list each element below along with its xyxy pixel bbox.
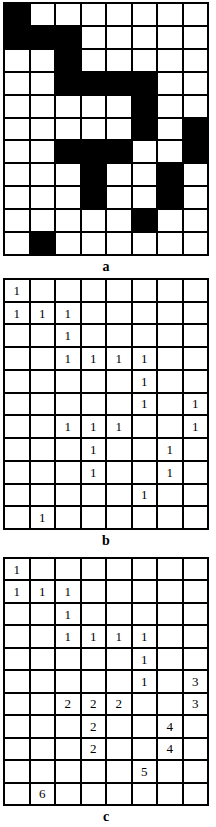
cell-c-r9-c2[interactable] xyxy=(56,761,80,781)
cell-b-r5-c5[interactable]: 1 xyxy=(133,394,157,415)
cell-b-r0-c4[interactable] xyxy=(107,280,131,301)
cell-c-r6-c4[interactable]: 2 xyxy=(107,694,131,714)
cell-a-r10-c1[interactable] xyxy=(31,233,55,254)
cell-c-r5-c3[interactable] xyxy=(82,671,106,691)
cell-c-r6-c5[interactable] xyxy=(133,694,157,714)
cell-a-r5-c5[interactable] xyxy=(133,119,157,140)
cell-b-r5-c2[interactable] xyxy=(56,394,80,415)
cell-c-r9-c0[interactable] xyxy=(5,761,29,781)
cell-b-r4-c3[interactable] xyxy=(82,371,106,392)
cell-a-r9-c4[interactable] xyxy=(107,210,131,231)
cell-a-r7-c4[interactable] xyxy=(107,164,131,185)
cell-a-r4-c0[interactable] xyxy=(5,96,29,117)
cell-c-r6-c7[interactable]: 3 xyxy=(184,694,208,714)
cell-b-r9-c7[interactable] xyxy=(184,485,208,506)
cell-b-r8-c7[interactable] xyxy=(184,462,208,483)
cell-b-r0-c3[interactable] xyxy=(82,280,106,301)
cell-b-r9-c0[interactable] xyxy=(5,485,29,506)
cell-c-r7-c3[interactable]: 2 xyxy=(82,716,106,736)
cell-c-r2-c6[interactable] xyxy=(158,604,182,624)
cell-b-r8-c2[interactable] xyxy=(56,462,80,483)
cell-b-r9-c2[interactable] xyxy=(56,485,80,506)
cell-a-r10-c0[interactable] xyxy=(5,233,29,254)
cell-b-r10-c6[interactable] xyxy=(158,507,182,528)
cell-a-r4-c2[interactable] xyxy=(56,96,80,117)
cell-a-r6-c4[interactable] xyxy=(107,141,131,162)
cell-c-r9-c7[interactable] xyxy=(184,761,208,781)
cell-b-r6-c0[interactable] xyxy=(5,416,29,437)
cell-b-r7-c1[interactable] xyxy=(31,439,55,460)
cell-c-r3-c6[interactable] xyxy=(158,626,182,646)
cell-b-r1-c7[interactable] xyxy=(184,303,208,324)
cell-b-r0-c1[interactable] xyxy=(31,280,55,301)
cell-c-r7-c7[interactable] xyxy=(184,716,208,736)
cell-c-r7-c1[interactable] xyxy=(31,716,55,736)
cell-b-r4-c5[interactable]: 1 xyxy=(133,371,157,392)
cell-c-r3-c1[interactable] xyxy=(31,626,55,646)
cell-c-r8-c3[interactable]: 2 xyxy=(82,739,106,759)
cell-c-r10-c5[interactable] xyxy=(133,784,157,804)
cell-c-r0-c3[interactable] xyxy=(82,559,106,579)
cell-b-r6-c1[interactable] xyxy=(31,416,55,437)
cell-a-r7-c7[interactable] xyxy=(184,164,208,185)
cell-c-r1-c2[interactable]: 1 xyxy=(56,581,80,601)
cell-b-r10-c4[interactable] xyxy=(107,507,131,528)
cell-a-r1-c1[interactable] xyxy=(31,27,55,48)
cell-b-r3-c6[interactable] xyxy=(158,348,182,369)
cell-a-r5-c7[interactable] xyxy=(184,119,208,140)
cell-a-r9-c5[interactable] xyxy=(133,210,157,231)
cell-b-r2-c0[interactable] xyxy=(5,325,29,346)
cell-b-r4-c2[interactable] xyxy=(56,371,80,392)
cell-b-r8-c4[interactable] xyxy=(107,462,131,483)
cell-b-r5-c1[interactable] xyxy=(31,394,55,415)
cell-c-r10-c6[interactable] xyxy=(158,784,182,804)
cell-c-r7-c5[interactable] xyxy=(133,716,157,736)
cell-b-r3-c3[interactable]: 1 xyxy=(82,348,106,369)
cell-c-r5-c1[interactable] xyxy=(31,671,55,691)
cell-a-r10-c4[interactable] xyxy=(107,233,131,254)
cell-b-r9-c6[interactable] xyxy=(158,485,182,506)
cell-a-r8-c2[interactable] xyxy=(56,187,80,208)
cell-a-r8-c4[interactable] xyxy=(107,187,131,208)
cell-c-r4-c1[interactable] xyxy=(31,649,55,669)
cell-a-r0-c1[interactable] xyxy=(31,4,55,25)
cell-b-r3-c2[interactable]: 1 xyxy=(56,348,80,369)
cell-b-r1-c2[interactable]: 1 xyxy=(56,303,80,324)
cell-c-r1-c5[interactable] xyxy=(133,581,157,601)
cell-a-r3-c4[interactable] xyxy=(107,73,131,94)
cell-b-r8-c1[interactable] xyxy=(31,462,55,483)
cell-a-r9-c6[interactable] xyxy=(158,210,182,231)
grid-c: 1111111111132223242456 xyxy=(3,557,209,806)
cell-c-r9-c5[interactable]: 5 xyxy=(133,761,157,781)
cell-a-r1-c6[interactable] xyxy=(158,27,182,48)
cell-b-r4-c0[interactable] xyxy=(5,371,29,392)
cell-a-r7-c1[interactable] xyxy=(31,164,55,185)
cell-a-r1-c7[interactable] xyxy=(184,27,208,48)
cell-b-r8-c5[interactable] xyxy=(133,462,157,483)
cell-b-r0-c6[interactable] xyxy=(158,280,182,301)
cell-a-r10-c3[interactable] xyxy=(82,233,106,254)
cell-c-r4-c7[interactable] xyxy=(184,649,208,669)
cell-a-r6-c6[interactable] xyxy=(158,141,182,162)
cell-a-r3-c1[interactable] xyxy=(31,73,55,94)
cell-c-r2-c5[interactable] xyxy=(133,604,157,624)
cell-c-r5-c0[interactable] xyxy=(5,671,29,691)
cell-b-r7-c6[interactable]: 1 xyxy=(158,439,182,460)
cell-b-r6-c7[interactable]: 1 xyxy=(184,416,208,437)
cell-b-r2-c2[interactable]: 1 xyxy=(56,325,80,346)
cell-b-r1-c1[interactable]: 1 xyxy=(31,303,55,324)
cell-b-r6-c3[interactable]: 1 xyxy=(82,416,106,437)
cell-c-r9-c3[interactable] xyxy=(82,761,106,781)
cell-a-r1-c3[interactable] xyxy=(82,27,106,48)
cell-b-r0-c0[interactable]: 1 xyxy=(5,280,29,301)
cell-c-r0-c7[interactable] xyxy=(184,559,208,579)
cell-b-r3-c1[interactable] xyxy=(31,348,55,369)
cell-b-r0-c5[interactable] xyxy=(133,280,157,301)
cell-c-r10-c7[interactable] xyxy=(184,784,208,804)
cell-c-r7-c4[interactable] xyxy=(107,716,131,736)
cell-c-r0-c1[interactable] xyxy=(31,559,55,579)
cell-c-r2-c0[interactable] xyxy=(5,604,29,624)
cell-c-r10-c0[interactable] xyxy=(5,784,29,804)
cell-b-r5-c6[interactable] xyxy=(158,394,182,415)
cell-a-r5-c0[interactable] xyxy=(5,119,29,140)
cell-b-r1-c5[interactable] xyxy=(133,303,157,324)
cell-a-r4-c3[interactable] xyxy=(82,96,106,117)
cell-a-r3-c7[interactable] xyxy=(184,73,208,94)
cell-a-r7-c6[interactable] xyxy=(158,164,182,185)
cell-a-r1-c4[interactable] xyxy=(107,27,131,48)
cell-a-r8-c0[interactable] xyxy=(5,187,29,208)
cell-c-r3-c7[interactable] xyxy=(184,626,208,646)
cell-c-r5-c4[interactable] xyxy=(107,671,131,691)
cell-c-r9-c1[interactable] xyxy=(31,761,55,781)
cell-c-r4-c6[interactable] xyxy=(158,649,182,669)
cell-b-r5-c0[interactable] xyxy=(5,394,29,415)
cell-a-r4-c7[interactable] xyxy=(184,96,208,117)
cell-b-r5-c7[interactable]: 1 xyxy=(184,394,208,415)
cell-b-r2-c4[interactable] xyxy=(107,325,131,346)
cell-a-r4-c5[interactable] xyxy=(133,96,157,117)
cell-a-r0-c3[interactable] xyxy=(82,4,106,25)
cell-c-r5-c7[interactable]: 3 xyxy=(184,671,208,691)
cell-c-r8-c0[interactable] xyxy=(5,739,29,759)
cell-a-r0-c0[interactable] xyxy=(5,4,29,25)
cell-a-r6-c2[interactable] xyxy=(56,141,80,162)
cell-a-r10-c6[interactable] xyxy=(158,233,182,254)
cell-c-r7-c0[interactable] xyxy=(5,716,29,736)
cell-b-r9-c1[interactable] xyxy=(31,485,55,506)
cell-a-r3-c6[interactable] xyxy=(158,73,182,94)
cell-c-r10-c1[interactable]: 6 xyxy=(31,784,55,804)
cell-b-r9-c4[interactable] xyxy=(107,485,131,506)
cell-c-r8-c1[interactable] xyxy=(31,739,55,759)
cell-a-r2-c3[interactable] xyxy=(82,50,106,71)
cell-b-r4-c7[interactable] xyxy=(184,371,208,392)
cell-b-r10-c2[interactable] xyxy=(56,507,80,528)
cell-c-r2-c7[interactable] xyxy=(184,604,208,624)
cell-a-r4-c6[interactable] xyxy=(158,96,182,117)
cell-c-r3-c2[interactable]: 1 xyxy=(56,626,80,646)
cell-a-r3-c5[interactable] xyxy=(133,73,157,94)
cell-b-r2-c6[interactable] xyxy=(158,325,182,346)
cell-c-r5-c2[interactable] xyxy=(56,671,80,691)
cell-c-r4-c5[interactable]: 1 xyxy=(133,649,157,669)
cell-c-r1-c6[interactable] xyxy=(158,581,182,601)
cell-b-r9-c3[interactable] xyxy=(82,485,106,506)
caption-a: a xyxy=(3,259,209,274)
cell-a-r1-c0[interactable] xyxy=(5,27,29,48)
cell-b-r0-c7[interactable] xyxy=(184,280,208,301)
cell-c-r7-c2[interactable] xyxy=(56,716,80,736)
cell-b-r10-c3[interactable] xyxy=(82,507,106,528)
cell-c-r1-c4[interactable] xyxy=(107,581,131,601)
cell-a-r9-c0[interactable] xyxy=(5,210,29,231)
cell-c-r9-c4[interactable] xyxy=(107,761,131,781)
cell-c-r3-c0[interactable] xyxy=(5,626,29,646)
cell-c-r3-c5[interactable]: 1 xyxy=(133,626,157,646)
cell-a-r5-c1[interactable] xyxy=(31,119,55,140)
cell-a-r8-c7[interactable] xyxy=(184,187,208,208)
cell-c-r8-c7[interactable] xyxy=(184,739,208,759)
cell-b-r4-c1[interactable] xyxy=(31,371,55,392)
cell-c-r8-c6[interactable]: 4 xyxy=(158,739,182,759)
cell-a-r5-c6[interactable] xyxy=(158,119,182,140)
cell-a-r2-c6[interactable] xyxy=(158,50,182,71)
cell-c-r3-c3[interactable]: 1 xyxy=(82,626,106,646)
cell-c-r2-c4[interactable] xyxy=(107,604,131,624)
cell-a-r2-c7[interactable] xyxy=(184,50,208,71)
cell-a-r8-c1[interactable] xyxy=(31,187,55,208)
cell-a-r3-c2[interactable] xyxy=(56,73,80,94)
cell-b-r3-c0[interactable] xyxy=(5,348,29,369)
cell-c-r1-c1[interactable]: 1 xyxy=(31,581,55,601)
cell-b-r2-c1[interactable] xyxy=(31,325,55,346)
cell-b-r7-c4[interactable] xyxy=(107,439,131,460)
cell-b-r4-c4[interactable] xyxy=(107,371,131,392)
cell-a-r1-c2[interactable] xyxy=(56,27,80,48)
cell-b-r7-c0[interactable] xyxy=(5,439,29,460)
cell-a-r0-c2[interactable] xyxy=(56,4,80,25)
cell-b-r3-c5[interactable]: 1 xyxy=(133,348,157,369)
cell-c-r1-c3[interactable] xyxy=(82,581,106,601)
cell-c-r5-c6[interactable] xyxy=(158,671,182,691)
grid-a xyxy=(3,2,209,256)
cell-a-r9-c3[interactable] xyxy=(82,210,106,231)
cell-a-r6-c5[interactable] xyxy=(133,141,157,162)
cell-a-r0-c7[interactable] xyxy=(184,4,208,25)
cell-c-r4-c4[interactable] xyxy=(107,649,131,669)
cell-b-r10-c1[interactable]: 1 xyxy=(31,507,55,528)
cell-c-r6-c3[interactable]: 2 xyxy=(82,694,106,714)
cell-a-r9-c2[interactable] xyxy=(56,210,80,231)
cell-a-r6-c7[interactable] xyxy=(184,141,208,162)
cell-b-r10-c0[interactable] xyxy=(5,507,29,528)
cell-b-r6-c5[interactable] xyxy=(133,416,157,437)
cell-c-r4-c3[interactable] xyxy=(82,649,106,669)
cell-b-r7-c3[interactable]: 1 xyxy=(82,439,106,460)
cell-a-r2-c0[interactable] xyxy=(5,50,29,71)
caption-b: b xyxy=(3,533,209,548)
cell-b-r0-c2[interactable] xyxy=(56,280,80,301)
cell-c-r1-c0[interactable]: 1 xyxy=(5,581,29,601)
cell-c-r7-c6[interactable]: 4 xyxy=(158,716,182,736)
cell-a-r8-c6[interactable] xyxy=(158,187,182,208)
figure-page: a 1111111111111111111111 b 1111111111132… xyxy=(0,0,216,824)
cell-a-r2-c2[interactable] xyxy=(56,50,80,71)
cell-a-r7-c0[interactable] xyxy=(5,164,29,185)
cell-a-r10-c2[interactable] xyxy=(56,233,80,254)
grid-b: 1111111111111111111111 xyxy=(3,278,209,530)
cell-b-r9-c5[interactable]: 1 xyxy=(133,485,157,506)
cell-c-r4-c0[interactable] xyxy=(5,649,29,669)
cell-b-r7-c5[interactable] xyxy=(133,439,157,460)
cell-b-r1-c6[interactable] xyxy=(158,303,182,324)
cell-a-r2-c5[interactable] xyxy=(133,50,157,71)
cell-b-r8-c0[interactable] xyxy=(5,462,29,483)
cell-c-r9-c6[interactable] xyxy=(158,761,182,781)
cell-c-r0-c4[interactable] xyxy=(107,559,131,579)
cell-b-r6-c4[interactable]: 1 xyxy=(107,416,131,437)
cell-a-r6-c3[interactable] xyxy=(82,141,106,162)
cell-b-r1-c3[interactable] xyxy=(82,303,106,324)
cell-c-r10-c4[interactable] xyxy=(107,784,131,804)
cell-c-r3-c4[interactable]: 1 xyxy=(107,626,131,646)
cell-a-r4-c4[interactable] xyxy=(107,96,131,117)
cell-a-r7-c2[interactable] xyxy=(56,164,80,185)
cell-b-r6-c6[interactable] xyxy=(158,416,182,437)
cell-c-r8-c2[interactable] xyxy=(56,739,80,759)
cell-c-r1-c7[interactable] xyxy=(184,581,208,601)
cell-b-r1-c4[interactable] xyxy=(107,303,131,324)
cell-c-r6-c0[interactable] xyxy=(5,694,29,714)
cell-a-r7-c3[interactable] xyxy=(82,164,106,185)
cell-a-r9-c7[interactable] xyxy=(184,210,208,231)
caption-c: c xyxy=(3,809,209,824)
cell-c-r5-c5[interactable]: 1 xyxy=(133,671,157,691)
cell-a-r4-c1[interactable] xyxy=(31,96,55,117)
cell-a-r3-c0[interactable] xyxy=(5,73,29,94)
cell-a-r3-c3[interactable] xyxy=(82,73,106,94)
cell-b-r5-c4[interactable] xyxy=(107,394,131,415)
cell-a-r0-c6[interactable] xyxy=(158,4,182,25)
cell-b-r2-c7[interactable] xyxy=(184,325,208,346)
cell-a-r9-c1[interactable] xyxy=(31,210,55,231)
cell-c-r4-c2[interactable] xyxy=(56,649,80,669)
cell-b-r7-c2[interactable] xyxy=(56,439,80,460)
cell-c-r6-c1[interactable] xyxy=(31,694,55,714)
cell-c-r6-c2[interactable]: 2 xyxy=(56,694,80,714)
cell-b-r3-c7[interactable] xyxy=(184,348,208,369)
cell-b-r3-c4[interactable]: 1 xyxy=(107,348,131,369)
cell-c-r2-c1[interactable] xyxy=(31,604,55,624)
cell-a-r1-c5[interactable] xyxy=(133,27,157,48)
cell-a-r8-c3[interactable] xyxy=(82,187,106,208)
cell-a-r6-c1[interactable] xyxy=(31,141,55,162)
cell-c-r2-c2[interactable]: 1 xyxy=(56,604,80,624)
cell-b-r5-c3[interactable] xyxy=(82,394,106,415)
cell-a-r5-c4[interactable] xyxy=(107,119,131,140)
cell-a-r10-c7[interactable] xyxy=(184,233,208,254)
cell-a-r6-c0[interactable] xyxy=(5,141,29,162)
cell-a-r7-c5[interactable] xyxy=(133,164,157,185)
cell-c-r8-c4[interactable] xyxy=(107,739,131,759)
cell-a-r2-c4[interactable] xyxy=(107,50,131,71)
cell-c-r0-c2[interactable] xyxy=(56,559,80,579)
cell-b-r6-c2[interactable]: 1 xyxy=(56,416,80,437)
cell-b-r8-c6[interactable]: 1 xyxy=(158,462,182,483)
cell-b-r4-c6[interactable] xyxy=(158,371,182,392)
cell-c-r8-c5[interactable] xyxy=(133,739,157,759)
cell-c-r10-c3[interactable] xyxy=(82,784,106,804)
cell-b-r10-c5[interactable] xyxy=(133,507,157,528)
cell-c-r10-c2[interactable] xyxy=(56,784,80,804)
cell-a-r5-c2[interactable] xyxy=(56,119,80,140)
cell-c-r0-c6[interactable] xyxy=(158,559,182,579)
cell-b-r1-c0[interactable]: 1 xyxy=(5,303,29,324)
cell-b-r7-c7[interactable] xyxy=(184,439,208,460)
cell-b-r2-c3[interactable] xyxy=(82,325,106,346)
cell-a-r0-c4[interactable] xyxy=(107,4,131,25)
cell-b-r2-c5[interactable] xyxy=(133,325,157,346)
cell-a-r0-c5[interactable] xyxy=(133,4,157,25)
cell-a-r10-c5[interactable] xyxy=(133,233,157,254)
cell-b-r10-c7[interactable] xyxy=(184,507,208,528)
cell-c-r0-c0[interactable]: 1 xyxy=(5,559,29,579)
cell-a-r5-c3[interactable] xyxy=(82,119,106,140)
cell-c-r0-c5[interactable] xyxy=(133,559,157,579)
cell-b-r8-c3[interactable]: 1 xyxy=(82,462,106,483)
cell-a-r2-c1[interactable] xyxy=(31,50,55,71)
cell-a-r8-c5[interactable] xyxy=(133,187,157,208)
cell-c-r6-c6[interactable] xyxy=(158,694,182,714)
cell-c-r2-c3[interactable] xyxy=(82,604,106,624)
